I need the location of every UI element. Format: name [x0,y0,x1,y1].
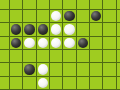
white-disc [24,38,35,49]
board-cell[interactable] [37,63,50,76]
black-disc [11,38,22,49]
white-disc [51,24,62,35]
game-viewport [0,0,120,90]
board-cell[interactable] [23,63,36,76]
board-cell[interactable] [50,23,63,36]
board-cell[interactable] [0,10,10,23]
board-cell[interactable] [10,10,23,23]
board-cell[interactable] [103,63,116,76]
white-disc [38,78,49,89]
black-disc [11,24,22,35]
board-cell[interactable] [117,50,120,63]
board-cell[interactable] [37,0,50,10]
board-cell[interactable] [117,23,120,36]
reversi-board [0,0,120,90]
board-cell[interactable] [77,63,90,76]
board-cell[interactable] [63,50,76,63]
board-cell[interactable] [50,63,63,76]
black-disc [38,24,49,35]
board-cell[interactable] [50,37,63,50]
white-disc [38,64,49,75]
board-cell[interactable] [23,77,36,90]
board-cell[interactable] [103,50,116,63]
board-cell[interactable] [117,63,120,76]
white-disc [51,11,62,22]
board-cell[interactable] [50,0,63,10]
white-disc [38,38,49,49]
white-disc [64,38,75,49]
white-disc [64,24,75,35]
board-cell[interactable] [63,10,76,23]
board-cell[interactable] [63,37,76,50]
board-cell[interactable] [10,0,23,10]
board-cell[interactable] [117,0,120,10]
board-cell[interactable] [10,77,23,90]
board-cell[interactable] [90,23,103,36]
black-disc [24,64,35,75]
board-cell[interactable] [77,23,90,36]
board-cell[interactable] [117,10,120,23]
board-cell[interactable] [37,77,50,90]
board-cell[interactable] [50,77,63,90]
white-disc [51,38,62,49]
board-cell[interactable] [77,37,90,50]
board-cell[interactable] [90,37,103,50]
board-cell[interactable] [0,77,10,90]
board-cell[interactable] [63,0,76,10]
board-cell[interactable] [0,0,10,10]
black-disc [91,11,102,22]
board-cell[interactable] [90,77,103,90]
board-cell[interactable] [117,77,120,90]
board-cell[interactable] [117,37,120,50]
board-cell[interactable] [37,23,50,36]
board-cell[interactable] [90,50,103,63]
board-cell[interactable] [90,63,103,76]
board-cell[interactable] [10,50,23,63]
board-cell[interactable] [50,50,63,63]
board-cell[interactable] [77,50,90,63]
board-cell[interactable] [10,23,23,36]
board-cell[interactable] [0,63,10,76]
board-cell[interactable] [63,77,76,90]
board-cell[interactable] [37,50,50,63]
board-cell[interactable] [90,10,103,23]
board-cell[interactable] [90,0,103,10]
board-cell[interactable] [77,10,90,23]
board-cell[interactable] [77,0,90,10]
board-cell[interactable] [10,63,23,76]
board-cell[interactable] [23,23,36,36]
board-cell[interactable] [77,77,90,90]
board-cell[interactable] [63,23,76,36]
board-cell[interactable] [103,10,116,23]
board-cell[interactable] [37,37,50,50]
board-cell[interactable] [0,37,10,50]
board-cell[interactable] [23,50,36,63]
board-cell[interactable] [23,0,36,10]
board-cell[interactable] [0,23,10,36]
black-disc [24,24,35,35]
board-cell[interactable] [103,37,116,50]
black-disc [78,38,89,49]
board-cell[interactable] [23,37,36,50]
black-disc [64,11,75,22]
board-cell[interactable] [103,23,116,36]
board-cell[interactable] [37,10,50,23]
board-cell[interactable] [0,50,10,63]
board-cell[interactable] [10,37,23,50]
board-cell[interactable] [23,10,36,23]
board-cell[interactable] [103,0,116,10]
board-cell[interactable] [50,10,63,23]
board-cell[interactable] [63,63,76,76]
board-cell[interactable] [103,77,116,90]
